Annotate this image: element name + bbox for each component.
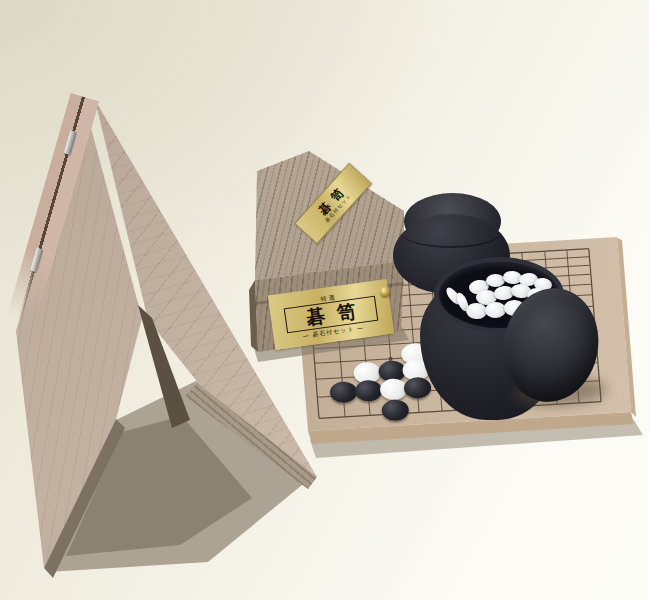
hinge-icon [64, 130, 77, 155]
black-go-stone-E2 [403, 376, 432, 399]
black-go-stone-D1 [380, 399, 409, 422]
white-go-stone-in-bowl [485, 301, 507, 318]
white-go-stone-D2 [379, 378, 408, 401]
black-go-stone-B2 [329, 380, 358, 403]
go-set-product-photo: 碁笥 碁石付セット 特選 碁笥 — 碁石付セット — [0, 0, 649, 600]
box-brass-stud [380, 287, 390, 297]
hinge-icon [30, 248, 43, 273]
black-go-stone-C2 [354, 379, 383, 402]
closed-go-bowl-lid-seam [400, 216, 502, 248]
